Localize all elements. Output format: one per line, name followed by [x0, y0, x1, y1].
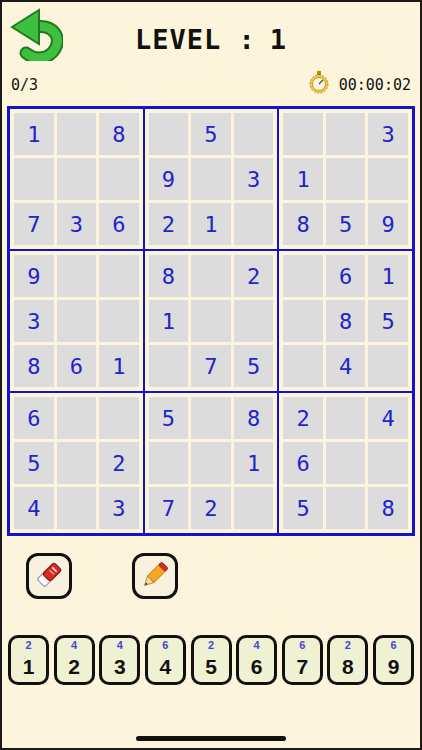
cell-r9c4[interactable]: 7 — [149, 487, 189, 529]
status-bar: 0/3 00:00:02 — [2, 71, 420, 98]
cell-r2c7[interactable]: 1 — [283, 158, 323, 200]
cell-r4c1[interactable]: 9 — [14, 255, 54, 297]
key-remaining-count: 4 — [57, 639, 92, 651]
cell-r9c7[interactable]: 5 — [283, 487, 323, 529]
key-digit: 4 — [160, 656, 172, 678]
box-3: 31859 — [278, 108, 413, 250]
cell-r7c5[interactable] — [191, 397, 231, 439]
box-6: 61854 — [278, 250, 413, 392]
cell-r1c1[interactable]: 1 — [14, 113, 54, 155]
key-remaining-count: 2 — [194, 639, 229, 651]
cell-r1c4[interactable] — [149, 113, 189, 155]
key-6[interactable]: 46 — [236, 635, 277, 685]
cell-r6c5[interactable]: 7 — [191, 345, 231, 387]
eraser-icon — [32, 558, 66, 595]
cell-r1c3[interactable]: 8 — [99, 113, 139, 155]
key-remaining-count: 6 — [148, 639, 183, 651]
cell-r2c2[interactable] — [57, 158, 97, 200]
key-digit: 8 — [342, 656, 354, 678]
cell-r3c1[interactable]: 7 — [14, 203, 54, 245]
home-indicator — [136, 736, 286, 741]
key-3[interactable]: 43 — [99, 635, 140, 685]
cell-r8c4[interactable] — [149, 442, 189, 484]
cell-r9c6[interactable] — [234, 487, 274, 529]
cell-r3c7[interactable]: 8 — [283, 203, 323, 245]
cell-r5c2[interactable] — [57, 300, 97, 342]
cell-r1c2[interactable] — [57, 113, 97, 155]
key-digit: 5 — [205, 656, 217, 678]
key-remaining-count: 6 — [285, 639, 320, 651]
timer: 00:00:02 — [308, 71, 411, 98]
cell-r1c6[interactable] — [234, 113, 274, 155]
cell-r4c4[interactable]: 8 — [149, 255, 189, 297]
cell-r7c1[interactable]: 6 — [14, 397, 54, 439]
cell-r9c5[interactable]: 2 — [191, 487, 231, 529]
cell-r2c9[interactable] — [368, 158, 408, 200]
cell-r9c8[interactable] — [326, 487, 366, 529]
cell-r2c8[interactable] — [326, 158, 366, 200]
cell-r9c9[interactable]: 8 — [368, 487, 408, 529]
cell-r6c7[interactable] — [283, 345, 323, 387]
cell-r2c4[interactable]: 9 — [149, 158, 189, 200]
cell-r3c2[interactable]: 3 — [57, 203, 97, 245]
key-digit: 6 — [251, 656, 263, 678]
cell-r9c1[interactable]: 4 — [14, 487, 54, 529]
cell-r8c1[interactable]: 5 — [14, 442, 54, 484]
timer-value: 00:00:02 — [339, 76, 411, 94]
cell-r7c2[interactable] — [57, 397, 97, 439]
key-digit: 7 — [296, 656, 308, 678]
pencil-notes-button[interactable] — [132, 553, 178, 599]
cell-r5c5[interactable] — [191, 300, 231, 342]
level-label: LEVEL : — [135, 24, 256, 55]
key-digit: 2 — [68, 656, 80, 678]
key-remaining-count: 4 — [239, 639, 274, 651]
cell-r6c8[interactable]: 4 — [326, 345, 366, 387]
cell-r3c6[interactable] — [234, 203, 274, 245]
cell-r3c8[interactable]: 5 — [326, 203, 366, 245]
cell-r8c7[interactable]: 6 — [283, 442, 323, 484]
box-1: 18736 — [9, 108, 144, 250]
back-arrow-icon — [9, 49, 63, 64]
key-remaining-count: 2 — [330, 639, 365, 651]
cell-r4c8[interactable]: 6 — [326, 255, 366, 297]
box-8: 58172 — [144, 392, 279, 534]
cell-r5c8[interactable]: 8 — [326, 300, 366, 342]
box-9: 24658 — [278, 392, 413, 534]
cell-r6c4[interactable] — [149, 345, 189, 387]
cell-r4c2[interactable] — [57, 255, 97, 297]
back-button[interactable] — [8, 6, 64, 64]
cell-r2c6[interactable]: 3 — [234, 158, 274, 200]
cell-r4c5[interactable] — [191, 255, 231, 297]
cell-r5c7[interactable] — [283, 300, 323, 342]
cell-r8c9[interactable] — [368, 442, 408, 484]
key-remaining-count: 2 — [11, 639, 46, 651]
key-5[interactable]: 25 — [191, 635, 232, 685]
cell-r7c8[interactable] — [326, 397, 366, 439]
cell-r8c2[interactable] — [57, 442, 97, 484]
cell-r5c4[interactable]: 1 — [149, 300, 189, 342]
cell-r5c9[interactable]: 5 — [368, 300, 408, 342]
cell-r7c6[interactable]: 8 — [234, 397, 274, 439]
key-1[interactable]: 21 — [8, 635, 49, 685]
cell-r8c6[interactable]: 1 — [234, 442, 274, 484]
key-remaining-count: 6 — [376, 639, 411, 651]
mistakes-progress: 0/3 — [11, 76, 38, 94]
stopwatch-icon — [308, 71, 330, 98]
cell-r6c1[interactable]: 8 — [14, 345, 54, 387]
cell-r6c3[interactable]: 1 — [99, 345, 139, 387]
cell-r7c4[interactable]: 5 — [149, 397, 189, 439]
cell-r6c2[interactable]: 6 — [57, 345, 97, 387]
key-8[interactable]: 28 — [327, 635, 368, 685]
cell-r2c3[interactable] — [99, 158, 139, 200]
box-4: 93861 — [9, 250, 144, 392]
cell-r6c9[interactable] — [368, 345, 408, 387]
cell-r1c9[interactable]: 3 — [368, 113, 408, 155]
box-2: 59321 — [144, 108, 279, 250]
cell-r8c5[interactable] — [191, 442, 231, 484]
cell-r5c3[interactable] — [99, 300, 139, 342]
key-remaining-count: 4 — [102, 639, 137, 651]
key-7[interactable]: 67 — [282, 635, 323, 685]
key-2[interactable]: 42 — [54, 635, 95, 685]
cell-r5c1[interactable]: 3 — [14, 300, 54, 342]
cell-r7c3[interactable] — [99, 397, 139, 439]
cell-r4c6[interactable]: 2 — [234, 255, 274, 297]
cell-r3c4[interactable]: 2 — [149, 203, 189, 245]
pencil-icon — [138, 558, 172, 595]
box-5: 82175 — [144, 250, 279, 392]
cell-r4c3[interactable] — [99, 255, 139, 297]
number-keypad: 214243642546672869 — [2, 635, 420, 685]
cell-r5c6[interactable] — [234, 300, 274, 342]
box-7: 65243 — [9, 392, 144, 534]
cell-r7c7[interactable]: 2 — [283, 397, 323, 439]
cell-r9c3[interactable]: 3 — [99, 487, 139, 529]
cell-r7c9[interactable]: 4 — [368, 397, 408, 439]
cell-r8c8[interactable] — [326, 442, 366, 484]
cell-r2c1[interactable] — [14, 158, 54, 200]
cell-r3c9[interactable]: 9 — [368, 203, 408, 245]
cell-r9c2[interactable] — [57, 487, 97, 529]
tools-row — [2, 553, 420, 599]
key-digit: 1 — [23, 656, 35, 678]
cell-r1c5[interactable]: 5 — [191, 113, 231, 155]
eraser-button[interactable] — [26, 553, 72, 599]
cell-r8c3[interactable]: 2 — [99, 442, 139, 484]
cell-r1c7[interactable] — [283, 113, 323, 155]
cell-r3c5[interactable]: 1 — [191, 203, 231, 245]
level-number: 1 — [270, 24, 287, 55]
page-title: LEVEL :1 — [2, 2, 420, 55]
cell-r1c8[interactable] — [326, 113, 366, 155]
cell-r6c6[interactable]: 5 — [234, 345, 274, 387]
key-9[interactable]: 69 — [373, 635, 414, 685]
key-4[interactable]: 64 — [145, 635, 186, 685]
cell-r2c5[interactable] — [191, 158, 231, 200]
cell-r3c3[interactable]: 6 — [99, 203, 139, 245]
cell-r4c9[interactable]: 1 — [368, 255, 408, 297]
sudoku-board: 1873659321318599386182175618546524358172… — [7, 106, 415, 536]
cell-r4c7[interactable] — [283, 255, 323, 297]
key-digit: 3 — [114, 656, 126, 678]
key-digit: 9 — [388, 656, 400, 678]
